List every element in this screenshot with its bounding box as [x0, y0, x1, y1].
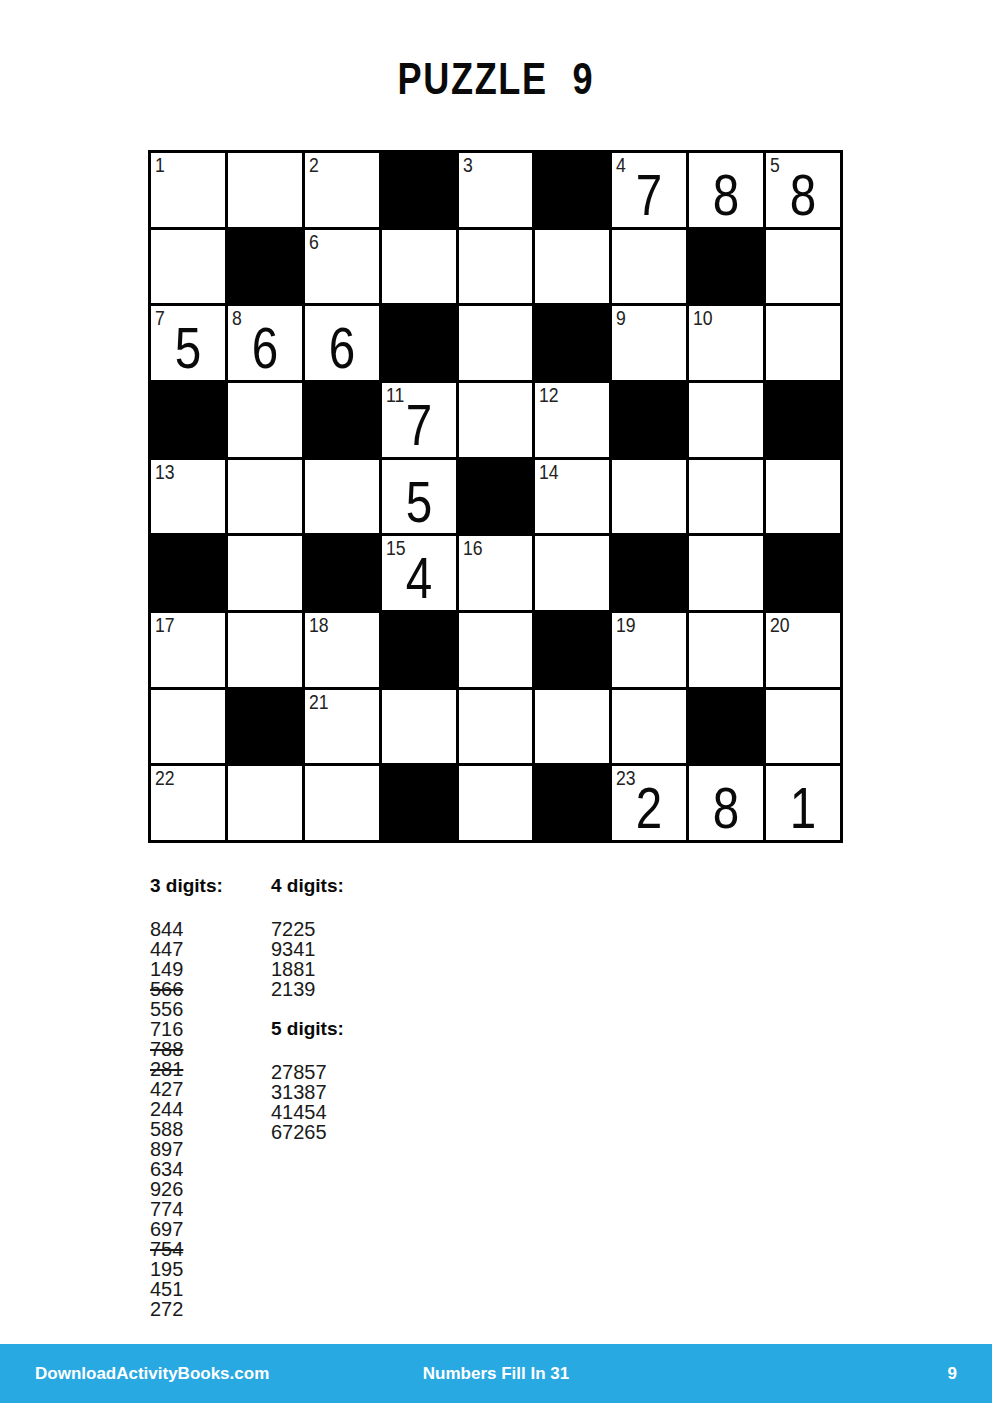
- clue-item: 67265: [271, 1122, 421, 1142]
- clue-item: 447: [150, 939, 262, 959]
- grid-cell[interactable]: 18: [305, 613, 379, 687]
- grid-cell[interactable]: [151, 230, 225, 304]
- grid-cell[interactable]: 10: [689, 306, 763, 380]
- grid-cell[interactable]: [766, 306, 840, 380]
- clue-item: 556: [150, 999, 262, 1019]
- clue-number: 16: [463, 536, 483, 560]
- cell-digit: 6: [311, 306, 372, 380]
- grid-cell[interactable]: [459, 690, 533, 764]
- clue-item: 7225: [271, 919, 421, 939]
- clue-number: 6: [309, 230, 319, 254]
- clue-column-left: 3 digits:8444471495665567167882814272445…: [150, 875, 262, 1319]
- grid-cell[interactable]: [459, 230, 533, 304]
- grid-cell[interactable]: 16: [459, 536, 533, 610]
- clue-number: 22: [155, 766, 175, 790]
- grid-cell[interactable]: [766, 460, 840, 534]
- clue-item: 774: [150, 1199, 262, 1219]
- black-cell: [612, 383, 686, 457]
- grid-cell[interactable]: 3: [459, 153, 533, 227]
- clue-number: 3: [463, 153, 473, 177]
- grid-cell[interactable]: [459, 306, 533, 380]
- black-cell: [535, 306, 609, 380]
- clue-item: 427: [150, 1079, 262, 1099]
- grid-cell[interactable]: 2: [305, 153, 379, 227]
- black-cell: [151, 383, 225, 457]
- page-title-text: PUZZLE 9: [398, 56, 595, 102]
- black-cell: [689, 230, 763, 304]
- puzzle-grid: 1234785867586691011712135141541617181920…: [148, 150, 843, 843]
- clue-number: 17: [155, 613, 175, 637]
- clue-section-header: 4 digits:: [271, 875, 421, 896]
- cell-digit: 2: [619, 766, 680, 840]
- clue-item: 754: [150, 1239, 262, 1259]
- clue-number: 1: [155, 153, 165, 177]
- black-cell: [766, 383, 840, 457]
- grid-cell[interactable]: 19: [612, 613, 686, 687]
- grid-cell[interactable]: 47: [612, 153, 686, 227]
- grid-cell[interactable]: [535, 536, 609, 610]
- black-cell: [151, 536, 225, 610]
- black-cell: [459, 460, 533, 534]
- clue-item: 716: [150, 1019, 262, 1039]
- clue-item: 272: [150, 1299, 262, 1319]
- clue-number: 10: [693, 306, 713, 330]
- black-cell: [228, 690, 302, 764]
- cell-digit: 8: [696, 153, 757, 227]
- clue-number: 14: [539, 460, 559, 484]
- footer-page-number: 9: [650, 1364, 992, 1384]
- grid-cell[interactable]: 9: [612, 306, 686, 380]
- clue-item: 27857: [271, 1062, 421, 1082]
- black-cell: [535, 766, 609, 840]
- grid-cell[interactable]: [305, 766, 379, 840]
- grid-cell[interactable]: [382, 690, 456, 764]
- clue-item: 195: [150, 1259, 262, 1279]
- clue-item: 788: [150, 1039, 262, 1059]
- footer-bar: DownloadActivityBooks.com Numbers Fill I…: [0, 1344, 992, 1403]
- cell-digit: 7: [388, 383, 449, 457]
- grid-cell[interactable]: [766, 230, 840, 304]
- page-title: PUZZLE 9: [0, 56, 992, 102]
- black-cell: [535, 153, 609, 227]
- grid-cell[interactable]: 17: [151, 613, 225, 687]
- cell-digit: 6: [235, 306, 296, 380]
- clue-item: 9341: [271, 939, 421, 959]
- grid-cell[interactable]: 13: [151, 460, 225, 534]
- cell-digit: 7: [619, 153, 680, 227]
- grid-cell[interactable]: [459, 766, 533, 840]
- grid-cell[interactable]: 20: [766, 613, 840, 687]
- grid-cell[interactable]: [612, 230, 686, 304]
- grid-cell[interactable]: [228, 613, 302, 687]
- grid-cell[interactable]: 58: [766, 153, 840, 227]
- cell-digit: 5: [388, 460, 449, 534]
- grid-cell[interactable]: 8: [689, 153, 763, 227]
- black-cell: [612, 536, 686, 610]
- footer-puzzle-name: Numbers Fill In 31: [342, 1364, 649, 1384]
- grid-cell[interactable]: 232: [612, 766, 686, 840]
- clue-number: 18: [309, 613, 329, 637]
- grid-cell[interactable]: 14: [535, 460, 609, 534]
- clue-item: 1881: [271, 959, 421, 979]
- grid-cell[interactable]: [228, 536, 302, 610]
- clue-item: 588: [150, 1119, 262, 1139]
- grid-cell[interactable]: [612, 690, 686, 764]
- cell-digit: 5: [158, 306, 219, 380]
- footer-website: DownloadActivityBooks.com: [0, 1364, 342, 1384]
- clue-item: 31387: [271, 1082, 421, 1102]
- clue-item: 281: [150, 1059, 262, 1079]
- clue-number: 13: [155, 460, 175, 484]
- clue-item: 566: [150, 979, 262, 999]
- grid-cell[interactable]: 86: [228, 306, 302, 380]
- clue-item: 897: [150, 1139, 262, 1159]
- grid-cell[interactable]: [228, 460, 302, 534]
- grid-cell[interactable]: [689, 460, 763, 534]
- cell-digit: 1: [773, 766, 834, 840]
- clue-section-header: 3 digits:: [150, 875, 262, 896]
- grid-cell[interactable]: 154: [382, 536, 456, 610]
- grid-cell[interactable]: 8: [689, 766, 763, 840]
- grid-cell[interactable]: [689, 536, 763, 610]
- grid-cell[interactable]: [151, 690, 225, 764]
- cell-digit: 4: [388, 536, 449, 610]
- black-cell: [305, 383, 379, 457]
- grid-cell[interactable]: [459, 613, 533, 687]
- clue-number: 19: [616, 613, 636, 637]
- clue-item: 451: [150, 1279, 262, 1299]
- clue-column-right: 4 digits:72259341188121395 digits:278573…: [271, 875, 421, 1142]
- grid-cell[interactable]: 21: [305, 690, 379, 764]
- clue-item: 697: [150, 1219, 262, 1239]
- grid-cell[interactable]: [535, 230, 609, 304]
- clue-number: 20: [770, 613, 790, 637]
- clue-item: 926: [150, 1179, 262, 1199]
- clue-number: 12: [539, 383, 559, 407]
- clue-number: 21: [309, 690, 329, 714]
- clue-item: 634: [150, 1159, 262, 1179]
- grid-cell[interactable]: 6: [305, 230, 379, 304]
- grid-cell[interactable]: [228, 383, 302, 457]
- grid-cell[interactable]: 1: [766, 766, 840, 840]
- grid-cell[interactable]: 22: [151, 766, 225, 840]
- black-cell: [382, 766, 456, 840]
- clue-section-header: 5 digits:: [271, 1018, 421, 1039]
- grid-cell[interactable]: 1: [151, 153, 225, 227]
- clue-number: 2: [309, 153, 319, 177]
- clue-item: 41454: [271, 1102, 421, 1122]
- clue-item: 2139: [271, 979, 421, 999]
- grid-cell[interactable]: [689, 613, 763, 687]
- grid-cell[interactable]: [689, 383, 763, 457]
- grid-cell[interactable]: 5: [382, 460, 456, 534]
- grid-cell[interactable]: 75: [151, 306, 225, 380]
- grid-cell[interactable]: 6: [305, 306, 379, 380]
- grid-cell[interactable]: [228, 153, 302, 227]
- grid-cell[interactable]: [535, 690, 609, 764]
- grid-cell[interactable]: [766, 690, 840, 764]
- clue-number: 9: [616, 306, 626, 330]
- grid-cell[interactable]: [612, 460, 686, 534]
- cell-digit: 8: [773, 153, 834, 227]
- grid-cell[interactable]: 12: [535, 383, 609, 457]
- clue-item: 844: [150, 919, 262, 939]
- black-cell: [305, 536, 379, 610]
- black-cell: [382, 306, 456, 380]
- black-cell: [382, 153, 456, 227]
- grid-cell[interactable]: [305, 460, 379, 534]
- black-cell: [382, 613, 456, 687]
- cell-digit: 8: [696, 766, 757, 840]
- grid-cell[interactable]: [382, 230, 456, 304]
- clue-item: 149: [150, 959, 262, 979]
- grid-cell[interactable]: [459, 383, 533, 457]
- black-cell: [535, 613, 609, 687]
- clue-item: 244: [150, 1099, 262, 1119]
- grid-cell[interactable]: [228, 766, 302, 840]
- black-cell: [766, 536, 840, 610]
- black-cell: [228, 230, 302, 304]
- grid-cell[interactable]: 117: [382, 383, 456, 457]
- black-cell: [689, 690, 763, 764]
